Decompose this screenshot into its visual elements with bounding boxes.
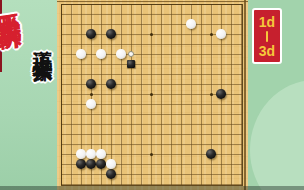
black-stone — [106, 29, 116, 39]
go-board — [57, 0, 248, 190]
board-edge-right — [244, 0, 246, 190]
banner-subtitle: 探索棋之正道 — [33, 45, 53, 185]
star-point — [150, 93, 153, 96]
marker-circle — [128, 51, 134, 57]
black-stone — [96, 159, 106, 169]
white-stone — [96, 149, 106, 159]
star-point — [150, 153, 153, 156]
black-stone — [86, 29, 96, 39]
white-stone — [186, 19, 196, 29]
star-point — [210, 93, 213, 96]
black-stone — [86, 79, 96, 89]
rank-badge-bottom: 3d — [259, 44, 275, 58]
star-point — [150, 33, 153, 36]
black-stone — [216, 89, 226, 99]
board-edge-top — [57, 1, 248, 2]
white-stone — [76, 49, 86, 59]
black-stone — [106, 79, 116, 89]
left-banner: 斩断实战恶手 探索棋之正道 — [0, 0, 57, 190]
rank-badge-top: 1d — [259, 15, 275, 29]
bottom-shade — [0, 186, 304, 190]
rank-badge-separator — [266, 31, 269, 42]
white-stone — [116, 49, 126, 59]
white-stone — [86, 149, 96, 159]
black-stone — [76, 159, 86, 169]
banner-main-title: 斩断实战恶手 — [0, 1, 35, 188]
white-stone — [86, 99, 96, 109]
white-stone — [106, 159, 116, 169]
black-stone-square-marker — [127, 60, 135, 68]
thumbnail: 斩断实战恶手 探索棋之正道 1d 3d — [0, 0, 304, 190]
black-stone — [86, 159, 96, 169]
rank-badge: 1d 3d — [252, 8, 282, 64]
star-point — [210, 33, 213, 36]
black-stone — [206, 149, 216, 159]
white-stone — [216, 29, 226, 39]
white-stone — [96, 49, 106, 59]
black-stone — [106, 169, 116, 179]
star-point — [90, 93, 93, 96]
white-stone — [76, 149, 86, 159]
